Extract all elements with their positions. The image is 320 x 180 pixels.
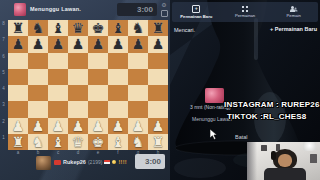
square-h8[interactable]: ♜ (148, 20, 168, 36)
rank-label: 8 (0, 20, 7, 36)
square-c5[interactable] (48, 69, 68, 85)
square-d2[interactable]: ♟ (68, 118, 88, 134)
webcam-shadow (247, 142, 257, 180)
square-b8[interactable]: ♞ (28, 20, 48, 36)
rank-label: 2 (0, 118, 7, 134)
games-tab[interactable]: Permainan (221, 2, 270, 22)
square-f2[interactable]: ♟ (108, 118, 128, 134)
black-king: ♚ (92, 20, 105, 36)
square-e6[interactable] (88, 53, 108, 69)
square-f5[interactable] (108, 69, 128, 85)
white-king: ♚ (92, 134, 105, 150)
square-d8[interactable]: ♛ (68, 20, 88, 36)
black-pawn: ♟ (12, 36, 25, 52)
square-a3[interactable] (8, 101, 28, 117)
seek-avatar (205, 88, 224, 103)
right-panel-tabs: Permainan Baru Permainan Pemain (172, 2, 318, 22)
square-e7[interactable]: ♟ (88, 36, 108, 52)
board-settings-icon[interactable] (161, 10, 168, 17)
square-a4[interactable] (8, 85, 28, 101)
square-a8[interactable]: ♜ (8, 20, 28, 36)
white-lamp-icon (303, 142, 316, 151)
square-d3[interactable] (68, 101, 88, 117)
stream-panel: Permainan Baru Permainan Pemain Mencari.… (170, 0, 320, 180)
black-bishop: ♝ (112, 20, 125, 36)
square-a5[interactable] (8, 69, 28, 85)
square-g8[interactable]: ♞ (128, 20, 148, 36)
white-knight: ♞ (32, 134, 45, 150)
opponent-name: Menunggu Lawan. (30, 6, 81, 12)
new-game-tab[interactable]: Permainan Baru (172, 2, 221, 22)
opponent-bar: Menunggu Lawan. 3:00 ⚙ (0, 0, 170, 19)
square-e5[interactable] (88, 69, 108, 85)
white-bishop: ♝ (112, 134, 125, 150)
white-clock: 3:00 (135, 154, 165, 169)
square-b5[interactable] (28, 69, 48, 85)
square-c6[interactable] (48, 53, 68, 69)
streamer-torso (264, 168, 306, 180)
player-rating: (2199) (88, 159, 102, 165)
square-f8[interactable]: ♝ (108, 20, 128, 36)
rank-label: 5 (0, 69, 7, 85)
square-f7[interactable]: ♟ (108, 36, 128, 52)
square-h2[interactable]: ♟ (148, 118, 168, 134)
rank-coordinates: 87654321 (0, 20, 7, 150)
square-h6[interactable] (148, 53, 168, 69)
medal-icon (112, 160, 116, 164)
square-d6[interactable] (68, 53, 88, 69)
indonesia-flag-icon (104, 160, 110, 164)
chess-stream-screen: { "game": "chess", "position": "rnbqkbnr… (0, 0, 320, 180)
square-h1[interactable]: ♜ (148, 134, 168, 150)
square-g6[interactable] (128, 53, 148, 69)
white-pawn: ♟ (12, 118, 25, 134)
white-pawn: ♟ (152, 118, 165, 134)
emote-text: !!!! (118, 159, 127, 165)
square-f3[interactable] (108, 101, 128, 117)
streamer-face (278, 154, 292, 167)
white-queen: ♛ (72, 134, 85, 150)
square-c2[interactable]: ♟ (48, 118, 68, 134)
opponent-avatar[interactable] (14, 3, 26, 16)
black-pawn: ♟ (32, 36, 45, 52)
streamer-badge-icon (54, 160, 61, 165)
cancel-button[interactable]: Batal (235, 134, 248, 140)
white-pawn: ♟ (32, 118, 45, 134)
rank-label: 1 (0, 134, 7, 150)
square-f1[interactable]: ♝ (108, 134, 128, 150)
players-tab[interactable]: Pemain (269, 2, 318, 22)
square-c4[interactable] (48, 85, 68, 101)
searching-status: Mencari. (174, 27, 195, 33)
square-h4[interactable] (148, 85, 168, 101)
black-pawn: ♟ (52, 36, 65, 52)
square-h5[interactable] (148, 69, 168, 85)
white-bishop: ♝ (52, 134, 65, 150)
black-pawn: ♟ (132, 36, 145, 52)
square-c1[interactable]: ♝ (48, 134, 68, 150)
black-queen: ♛ (72, 20, 85, 36)
square-e4[interactable] (88, 85, 108, 101)
square-g5[interactable] (128, 69, 148, 85)
square-h3[interactable] (148, 101, 168, 117)
rank-label: 4 (0, 85, 7, 101)
black-pawn: ♟ (72, 36, 85, 52)
white-rook: ♜ (152, 134, 165, 150)
square-g7[interactable]: ♟ (128, 36, 148, 52)
square-b7[interactable]: ♟ (28, 36, 48, 52)
headset-icon (271, 151, 276, 160)
white-rook: ♜ (12, 134, 25, 150)
square-g2[interactable]: ♟ (128, 118, 148, 134)
square-f6[interactable] (108, 53, 128, 69)
board-plus-icon (192, 5, 200, 13)
rank-label: 6 (0, 53, 7, 69)
square-b4[interactable] (28, 85, 48, 101)
square-b6[interactable] (28, 53, 48, 69)
square-e2[interactable]: ♟ (88, 118, 108, 134)
square-a6[interactable] (8, 53, 28, 69)
new-game-button[interactable]: + Permainan Baru (270, 26, 317, 32)
player-bar: Rukep26 (2199) !!!! 3:00 (0, 154, 170, 174)
player-avatar[interactable] (36, 156, 51, 170)
black-pawn: ♟ (92, 36, 105, 52)
player-username[interactable]: Rukep26 (63, 159, 86, 165)
square-d7[interactable]: ♟ (68, 36, 88, 52)
square-b3[interactable] (28, 101, 48, 117)
chess-board: ♜♞♝♛♚♝♞♜♟♟♟♟♟♟♟♟♟♟♟♟♟♟♟♟♜♞♝♛♚♝♞♜ (8, 20, 168, 150)
grid-icon (242, 6, 248, 12)
square-h7[interactable]: ♟ (148, 36, 168, 52)
rank-label: 3 (0, 101, 7, 117)
square-e3[interactable] (88, 101, 108, 117)
black-rook: ♜ (152, 20, 165, 36)
square-a7[interactable]: ♟ (8, 36, 28, 52)
rank-label: 7 (0, 36, 7, 52)
square-e1[interactable]: ♚ (88, 134, 108, 150)
square-d1[interactable]: ♛ (68, 134, 88, 150)
people-icon (290, 6, 298, 12)
black-clock: 3:00 (117, 3, 157, 16)
white-pawn: ♟ (132, 118, 145, 134)
square-g1[interactable]: ♞ (128, 134, 148, 150)
black-knight: ♞ (132, 20, 145, 36)
square-g3[interactable] (128, 101, 148, 117)
wall-frame-icon (310, 154, 317, 163)
black-pawn: ♟ (152, 36, 165, 52)
black-knight: ♞ (32, 20, 45, 36)
square-a1[interactable]: ♜ (8, 134, 28, 150)
square-d4[interactable] (68, 85, 88, 101)
board-panel: Menunggu Lawan. 3:00 ⚙ 87654321 ♜♞♝♛♚♝♞♜… (0, 0, 170, 180)
square-f4[interactable] (108, 85, 128, 101)
black-pawn: ♟ (112, 36, 125, 52)
webcam-feed (247, 142, 320, 180)
square-c3[interactable] (48, 101, 68, 117)
square-d5[interactable] (68, 69, 88, 85)
square-e8[interactable]: ♚ (88, 20, 108, 36)
square-c8[interactable]: ♝ (48, 20, 68, 36)
square-g4[interactable] (128, 85, 148, 101)
mouse-cursor-icon (210, 129, 218, 140)
white-pawn: ♟ (52, 118, 65, 134)
white-pawn: ♟ (112, 118, 125, 134)
gear-icon[interactable]: ⚙ (161, 2, 166, 9)
white-pawn: ♟ (92, 118, 105, 134)
instagram-overlay-text: INSTAGRAM : RUREP26 (224, 100, 320, 109)
waiting-opponent-label: Menunggu Lawan (192, 116, 232, 122)
white-knight: ♞ (132, 134, 145, 150)
square-a2[interactable]: ♟ (8, 118, 28, 134)
square-b1[interactable]: ♞ (28, 134, 48, 150)
square-c7[interactable]: ♟ (48, 36, 68, 52)
white-pawn: ♟ (72, 118, 85, 134)
wall-frame-icon (261, 145, 267, 151)
black-bishop: ♝ (52, 20, 65, 36)
square-b2[interactable]: ♟ (28, 118, 48, 134)
tiktok-overlay-text: TIKTOK :RL_CHES8 (227, 112, 307, 121)
black-rook: ♜ (12, 20, 25, 36)
